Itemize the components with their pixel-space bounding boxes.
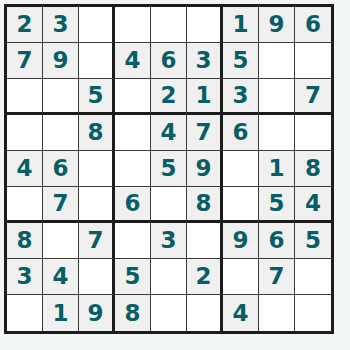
given-digit: 7 [195, 121, 211, 144]
given-digit: 3 [195, 49, 211, 72]
cell-r3c8[interactable] [259, 79, 295, 115]
cell-r6c7[interactable] [223, 187, 259, 223]
given-digit: 6 [232, 121, 248, 144]
given-digit: 6 [305, 13, 321, 36]
cell-r8c3[interactable] [79, 259, 115, 295]
given-digit: 2 [160, 84, 176, 107]
cell-r8c9[interactable] [295, 259, 331, 295]
cell-r7c3[interactable]: 7 [79, 223, 115, 259]
given-digit: 4 [160, 121, 176, 144]
given-digit: 1 [52, 302, 68, 325]
cell-r9c1[interactable] [7, 295, 43, 331]
cell-r2c6[interactable]: 3 [187, 43, 223, 79]
cell-r7c8[interactable]: 6 [259, 223, 295, 259]
cell-r1c2[interactable]: 3 [43, 7, 79, 43]
cell-r1c3[interactable] [79, 7, 115, 43]
cell-r7c4[interactable] [115, 223, 151, 259]
cell-r9c3[interactable]: 9 [79, 295, 115, 331]
given-digit: 8 [87, 121, 103, 144]
cell-r7c6[interactable] [187, 223, 223, 259]
cell-r2c8[interactable] [259, 43, 295, 79]
sudoku-grid: 2319679463552137847646591876854873965345… [7, 7, 331, 331]
given-digit: 7 [52, 192, 68, 215]
given-digit: 7 [268, 265, 284, 288]
cell-r8c6[interactable]: 2 [187, 259, 223, 295]
cell-r5c5[interactable]: 5 [151, 151, 187, 187]
cell-r2c4[interactable]: 4 [115, 43, 151, 79]
given-digit: 6 [124, 192, 140, 215]
cell-r8c4[interactable]: 5 [115, 259, 151, 295]
cell-r8c1[interactable]: 3 [7, 259, 43, 295]
given-digit: 4 [305, 192, 321, 215]
cell-r4c6[interactable]: 7 [187, 115, 223, 151]
cell-r3c2[interactable] [43, 79, 79, 115]
cell-r3c5[interactable]: 2 [151, 79, 187, 115]
cell-r4c5[interactable]: 4 [151, 115, 187, 151]
given-digit: 8 [16, 229, 32, 252]
given-digit: 5 [305, 229, 321, 252]
cell-r8c2[interactable]: 4 [43, 259, 79, 295]
cell-r2c3[interactable] [79, 43, 115, 79]
cell-r4c4[interactable] [115, 115, 151, 151]
given-digit: 5 [232, 49, 248, 72]
cell-r9c4[interactable]: 8 [115, 295, 151, 331]
cell-r5c3[interactable] [79, 151, 115, 187]
cell-r5c6[interactable]: 9 [187, 151, 223, 187]
cell-r9c2[interactable]: 1 [43, 295, 79, 331]
cell-r7c1[interactable]: 8 [7, 223, 43, 259]
cell-r6c8[interactable]: 5 [259, 187, 295, 223]
cell-r3c3[interactable]: 5 [79, 79, 115, 115]
given-digit: 2 [16, 13, 32, 36]
cell-r3c4[interactable] [115, 79, 151, 115]
given-digit: 9 [232, 229, 248, 252]
cell-r6c9[interactable]: 4 [295, 187, 331, 223]
cell-r7c7[interactable]: 9 [223, 223, 259, 259]
cell-r8c5[interactable] [151, 259, 187, 295]
given-digit: 3 [16, 265, 32, 288]
given-digit: 3 [52, 13, 68, 36]
cell-r5c2[interactable]: 6 [43, 151, 79, 187]
given-digit: 6 [52, 157, 68, 180]
cell-r2c7[interactable]: 5 [223, 43, 259, 79]
cell-r6c2[interactable]: 7 [43, 187, 79, 223]
given-digit: 3 [232, 84, 248, 107]
cell-r5c1[interactable]: 4 [7, 151, 43, 187]
cell-r5c9[interactable]: 8 [295, 151, 331, 187]
cell-r4c8[interactable] [259, 115, 295, 151]
given-digit: 3 [160, 229, 176, 252]
given-digit: 5 [124, 265, 140, 288]
cell-r1c8[interactable]: 9 [259, 7, 295, 43]
cell-r1c5[interactable] [151, 7, 187, 43]
cell-r9c7[interactable]: 4 [223, 295, 259, 331]
given-digit: 8 [305, 157, 321, 180]
cell-r4c3[interactable]: 8 [79, 115, 115, 151]
given-digit: 9 [268, 13, 284, 36]
given-digit: 1 [195, 84, 211, 107]
cell-r1c1[interactable]: 2 [7, 7, 43, 43]
given-digit: 4 [232, 302, 248, 325]
cell-r4c2[interactable] [43, 115, 79, 151]
cell-r3c7[interactable]: 3 [223, 79, 259, 115]
given-digit: 6 [160, 49, 176, 72]
cell-r8c7[interactable] [223, 259, 259, 295]
cell-r6c6[interactable]: 8 [187, 187, 223, 223]
given-digit: 2 [195, 265, 211, 288]
cell-r2c9[interactable] [295, 43, 331, 79]
cell-r9c5[interactable] [151, 295, 187, 331]
given-digit: 8 [195, 192, 211, 215]
cell-r2c2[interactable]: 9 [43, 43, 79, 79]
given-digit: 9 [52, 49, 68, 72]
cell-r9c8[interactable] [259, 295, 295, 331]
cell-r1c6[interactable] [187, 7, 223, 43]
given-digit: 7 [87, 229, 103, 252]
cell-r4c1[interactable] [7, 115, 43, 151]
given-digit: 7 [16, 49, 32, 72]
given-digit: 1 [232, 13, 248, 36]
cell-r1c9[interactable]: 6 [295, 7, 331, 43]
given-digit: 9 [195, 157, 211, 180]
cell-r5c7[interactable] [223, 151, 259, 187]
cell-r4c7[interactable]: 6 [223, 115, 259, 151]
cell-r6c3[interactable] [79, 187, 115, 223]
cell-r1c7[interactable]: 1 [223, 7, 259, 43]
cell-r9c9[interactable] [295, 295, 331, 331]
cell-r7c5[interactable]: 3 [151, 223, 187, 259]
given-digit: 9 [87, 302, 103, 325]
given-digit: 7 [305, 84, 321, 107]
cell-r3c6[interactable]: 1 [187, 79, 223, 115]
given-digit: 4 [52, 265, 68, 288]
cell-r9c6[interactable] [187, 295, 223, 331]
given-digit: 5 [87, 84, 103, 107]
cell-r6c1[interactable] [7, 187, 43, 223]
cell-r5c8[interactable]: 1 [259, 151, 295, 187]
cell-r3c1[interactable] [7, 79, 43, 115]
cell-r5c4[interactable] [115, 151, 151, 187]
cell-r7c9[interactable]: 5 [295, 223, 331, 259]
cell-r1c4[interactable] [115, 7, 151, 43]
sudoku-board: 2319679463552137847646591876854873965345… [4, 4, 334, 334]
given-digit: 1 [268, 157, 284, 180]
given-digit: 6 [268, 229, 284, 252]
cell-r6c5[interactable] [151, 187, 187, 223]
cell-r8c8[interactable]: 7 [259, 259, 295, 295]
given-digit: 5 [160, 157, 176, 180]
cell-r4c9[interactable] [295, 115, 331, 151]
cell-r3c9[interactable]: 7 [295, 79, 331, 115]
cell-r2c5[interactable]: 6 [151, 43, 187, 79]
given-digit: 5 [268, 192, 284, 215]
cell-r2c1[interactable]: 7 [7, 43, 43, 79]
given-digit: 4 [16, 157, 32, 180]
given-digit: 4 [124, 49, 140, 72]
given-digit: 8 [124, 302, 140, 325]
cell-r7c2[interactable] [43, 223, 79, 259]
cell-r6c4[interactable]: 6 [115, 187, 151, 223]
